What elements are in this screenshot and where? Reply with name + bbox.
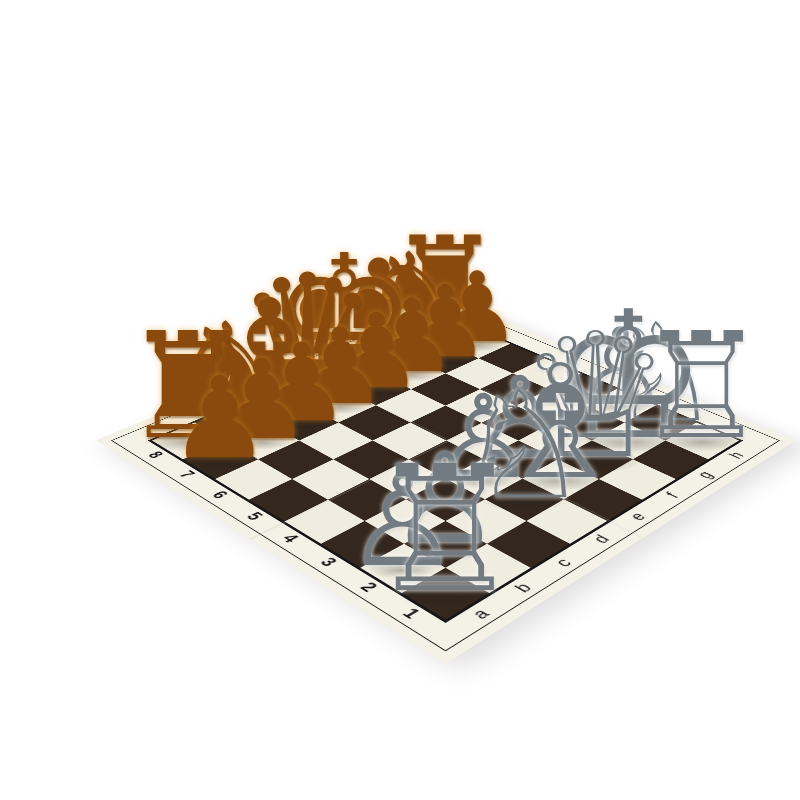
piece-amber-pawn-a7[interactable]: ♟ xyxy=(169,362,270,475)
piece-clear-rook-a1[interactable]: ♖ xyxy=(367,443,523,617)
photo-scene: 12345678 abcdefgh ♜♞♝♛♚♝♞♜♟♟♟♟♟♟♟♟♙♙♙♙♙♘… xyxy=(0,0,800,800)
pieces-layer: ♜♞♝♛♚♝♞♜♟♟♟♟♟♟♟♟♙♙♙♙♙♘♗♕♔♘♖♖ xyxy=(0,0,800,800)
